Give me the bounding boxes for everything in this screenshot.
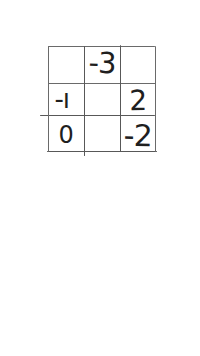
cell-r1c2: 2 — [119, 84, 155, 117]
cell-r2c1 — [84, 115, 120, 152]
cell-r0c1: -3 — [83, 44, 120, 82]
puzzle-board: -3 -ı 2 0 -2 — [40, 42, 160, 160]
cell-r2c2: -2 — [119, 117, 155, 154]
cell-r0c2 — [120, 46, 156, 83]
cell-r2c0: 0 — [48, 117, 84, 154]
cell-r0c0 — [48, 46, 84, 83]
cell-r1c1 — [84, 83, 120, 115]
cell-grid: -3 -ı 2 0 -2 — [48, 46, 155, 151]
cell-r1c0: -ı — [44, 83, 80, 115]
page: -3 -ı 2 0 -2 — [0, 0, 200, 356]
